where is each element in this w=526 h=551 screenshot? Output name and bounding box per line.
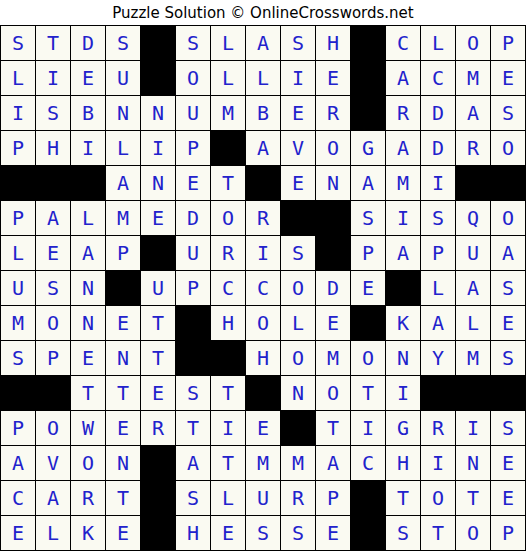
letter-cell-r9c15: E [491,306,525,340]
letter-cell-r4c6: P [176,131,210,165]
letter-cell-r14c12: T [386,481,420,515]
letter-cell-r11c6: S [176,376,210,410]
letter-cell-r5c11: A [351,166,385,200]
letter-cell-r7c1: L [1,236,35,270]
letter-cell-r8c14: A [456,271,490,305]
letter-cell-r4c8: A [246,131,280,165]
letter-cell-r1c7: L [211,26,245,60]
letter-cell-r15c14: O [456,516,490,550]
black-cell-r6c10 [316,201,350,235]
letter-cell-r14c15: E [491,481,525,515]
letter-cell-r11c7: T [211,376,245,410]
letter-cell-r13c4: N [106,446,140,480]
letter-cell-r6c11: S [351,201,385,235]
letter-cell-r10c14: M [456,341,490,375]
letter-cell-r8c7: C [211,271,245,305]
black-cell-r15c5 [141,516,175,550]
letter-cell-r11c3: T [71,376,105,410]
letter-cell-r12c15: S [491,411,525,445]
letter-cell-r6c6: D [176,201,210,235]
letter-cell-r13c14: N [456,446,490,480]
letter-cell-r2c4: U [106,61,140,95]
letter-cell-r4c3: I [71,131,105,165]
black-cell-r11c15 [491,376,525,410]
letter-cell-r15c2: L [36,516,70,550]
black-cell-r5c15 [491,166,525,200]
letter-cell-r6c8: R [246,201,280,235]
letter-cell-r7c8: I [246,236,280,270]
letter-cell-r13c12: H [386,446,420,480]
letter-cell-r7c15: A [491,236,525,270]
letter-cell-r13c2: V [36,446,70,480]
letter-cell-r5c7: T [211,166,245,200]
letter-cell-r6c1: P [1,201,35,235]
letter-cell-r1c14: O [456,26,490,60]
black-cell-r7c5 [141,236,175,270]
letter-cell-r15c4: E [106,516,140,550]
letter-cell-r6c14: Q [456,201,490,235]
letter-cell-r15c15: P [491,516,525,550]
letter-cell-r9c4: E [106,306,140,340]
letter-cell-r4c4: L [106,131,140,165]
letter-cell-r5c13: I [421,166,455,200]
black-cell-r11c14 [456,376,490,410]
letter-cell-r3c12: R [386,96,420,130]
letter-cell-r14c2: A [36,481,70,515]
letter-cell-r12c11: I [351,411,385,445]
letter-cell-r2c7: L [211,61,245,95]
letter-cell-r10c3: E [71,341,105,375]
letter-cell-r7c2: E [36,236,70,270]
black-cell-r11c1 [1,376,35,410]
letter-cell-r13c6: A [176,446,210,480]
letter-cell-r14c4: T [106,481,140,515]
letter-cell-r7c14: U [456,236,490,270]
letter-cell-r9c14: L [456,306,490,340]
letter-cell-r5c10: N [316,166,350,200]
letter-cell-r7c6: U [176,236,210,270]
letter-cell-r8c3: N [71,271,105,305]
letter-cell-r15c13: T [421,516,455,550]
letter-cell-r15c7: E [211,516,245,550]
letter-cell-r1c9: S [281,26,315,60]
letter-cell-r1c12: C [386,26,420,60]
black-cell-r2c11 [351,61,385,95]
black-cell-r12c9 [281,411,315,445]
letter-cell-r15c10: E [316,516,350,550]
letter-cell-r2c8: L [246,61,280,95]
puzzle-solution-page: Puzzle Solution © OnlineCrosswords.net S… [0,0,526,551]
letter-cell-r4c15: O [491,131,525,165]
letter-cell-r12c7: I [211,411,245,445]
letter-cell-r2c3: E [71,61,105,95]
letter-cell-r4c11: G [351,131,385,165]
letter-cell-r13c10: A [316,446,350,480]
letter-cell-r13c11: C [351,446,385,480]
letter-cell-r5c4: A [106,166,140,200]
letter-cell-r4c10: O [316,131,350,165]
letter-cell-r3c13: D [421,96,455,130]
letter-cell-r14c13: O [421,481,455,515]
letter-cell-r9c8: O [246,306,280,340]
letter-cell-r2c12: A [386,61,420,95]
letter-cell-r8c8: C [246,271,280,305]
letter-cell-r1c8: A [246,26,280,60]
letter-cell-r11c5: E [141,376,175,410]
black-cell-r5c8 [246,166,280,200]
letter-cell-r1c10: H [316,26,350,60]
letter-cell-r12c3: W [71,411,105,445]
letter-cell-r12c12: G [386,411,420,445]
letter-cell-r13c1: A [1,446,35,480]
letter-cell-r15c12: S [386,516,420,550]
letter-cell-r6c7: O [211,201,245,235]
letter-cell-r3c15: S [491,96,525,130]
letter-cell-r10c8: H [246,341,280,375]
letter-cell-r7c13: P [421,236,455,270]
letter-cell-r12c14: I [456,411,490,445]
letter-cell-r3c10: R [316,96,350,130]
letter-cell-r13c3: O [71,446,105,480]
letter-cell-r11c10: O [316,376,350,410]
letter-cell-r15c9: S [281,516,315,550]
black-cell-r10c7 [211,341,245,375]
black-cell-r1c5 [141,26,175,60]
letter-cell-r1c3: D [71,26,105,60]
letter-cell-r14c10: P [316,481,350,515]
letter-cell-r11c12: I [386,376,420,410]
letter-cell-r9c7: H [211,306,245,340]
letter-cell-r12c5: R [141,411,175,445]
letter-cell-r10c10: M [316,341,350,375]
letter-cell-r6c15: O [491,201,525,235]
letter-cell-r10c1: S [1,341,35,375]
black-cell-r13c5 [141,446,175,480]
letter-cell-r3c4: N [106,96,140,130]
letter-cell-r9c13: A [421,306,455,340]
letter-cell-r6c5: E [141,201,175,235]
letter-cell-r3c14: A [456,96,490,130]
black-cell-r7c10 [316,236,350,270]
letter-cell-r10c5: T [141,341,175,375]
letter-cell-r8c15: S [491,271,525,305]
letter-cell-r14c14: T [456,481,490,515]
letter-cell-r12c6: T [176,411,210,445]
letter-cell-r14c9: R [281,481,315,515]
black-cell-r8c12 [386,271,420,305]
letter-cell-r7c4: P [106,236,140,270]
letter-cell-r14c1: C [1,481,35,515]
letter-cell-r2c10: E [316,61,350,95]
letter-cell-r11c9: N [281,376,315,410]
black-cell-r3c11 [351,96,385,130]
letter-cell-r7c7: R [211,236,245,270]
letter-cell-r1c1: S [1,26,35,60]
letter-cell-r9c10: E [316,306,350,340]
black-cell-r4c7 [211,131,245,165]
letter-cell-r6c4: M [106,201,140,235]
letter-cell-r5c12: M [386,166,420,200]
letter-cell-r7c3: A [71,236,105,270]
letter-cell-r5c6: E [176,166,210,200]
letter-cell-r4c2: H [36,131,70,165]
letter-cell-r10c15: S [491,341,525,375]
letter-cell-r10c12: N [386,341,420,375]
letter-cell-r9c9: L [281,306,315,340]
black-cell-r9c11 [351,306,385,340]
letter-cell-r11c4: T [106,376,140,410]
letter-cell-r12c10: T [316,411,350,445]
letter-cell-r3c3: B [71,96,105,130]
letter-cell-r8c9: O [281,271,315,305]
letter-cell-r13c8: M [246,446,280,480]
letter-cell-r10c4: N [106,341,140,375]
letter-cell-r15c1: E [1,516,35,550]
letter-cell-r9c5: T [141,306,175,340]
letter-cell-r6c13: S [421,201,455,235]
letter-cell-r12c13: R [421,411,455,445]
letter-cell-r6c3: L [71,201,105,235]
letter-cell-r4c12: A [386,131,420,165]
letter-cell-r12c1: P [1,411,35,445]
letter-cell-r15c3: K [71,516,105,550]
letter-cell-r8c10: D [316,271,350,305]
letter-cell-r5c9: E [281,166,315,200]
letter-cell-r4c9: V [281,131,315,165]
letter-cell-r15c8: S [246,516,280,550]
letter-cell-r7c9: S [281,236,315,270]
black-cell-r14c11 [351,481,385,515]
black-cell-r5c2 [36,166,70,200]
letter-cell-r2c9: I [281,61,315,95]
letter-cell-r11c11: T [351,376,385,410]
letter-cell-r6c12: I [386,201,420,235]
letter-cell-r10c9: O [281,341,315,375]
letter-cell-r1c6: S [176,26,210,60]
letter-cell-r14c7: L [211,481,245,515]
crossword-grid: STDSSLASHCLOPLIEUOLLIEACMEISBNNUMBERRDAS… [0,25,526,551]
black-cell-r8c4 [106,271,140,305]
page-title: Puzzle Solution © OnlineCrosswords.net [0,0,526,25]
letter-cell-r13c15: E [491,446,525,480]
letter-cell-r1c4: S [106,26,140,60]
letter-cell-r13c7: T [211,446,245,480]
letter-cell-r8c1: U [1,271,35,305]
letter-cell-r7c11: P [351,236,385,270]
letter-cell-r9c2: O [36,306,70,340]
letter-cell-r13c13: I [421,446,455,480]
letter-cell-r9c12: K [386,306,420,340]
letter-cell-r4c5: I [141,131,175,165]
letter-cell-r8c2: S [36,271,70,305]
letter-cell-r6c2: A [36,201,70,235]
black-cell-r2c5 [141,61,175,95]
letter-cell-r2c15: E [491,61,525,95]
letter-cell-r12c4: E [106,411,140,445]
letter-cell-r4c1: P [1,131,35,165]
letter-cell-r2c1: L [1,61,35,95]
letter-cell-r1c2: T [36,26,70,60]
black-cell-r6c9 [281,201,315,235]
letter-cell-r9c1: M [1,306,35,340]
letter-cell-r13c9: M [281,446,315,480]
letter-cell-r3c1: I [1,96,35,130]
black-cell-r5c1 [1,166,35,200]
letter-cell-r2c2: I [36,61,70,95]
letter-cell-r3c6: U [176,96,210,130]
letter-cell-r10c13: Y [421,341,455,375]
letter-cell-r8c6: P [176,271,210,305]
letter-cell-r7c12: A [386,236,420,270]
letter-cell-r1c13: L [421,26,455,60]
letter-cell-r8c11: E [351,271,385,305]
black-cell-r11c13 [421,376,455,410]
letter-cell-r2c13: C [421,61,455,95]
letter-cell-r14c6: S [176,481,210,515]
letter-cell-r8c13: L [421,271,455,305]
letter-cell-r15c6: H [176,516,210,550]
letter-cell-r1c15: P [491,26,525,60]
letter-cell-r14c8: U [246,481,280,515]
letter-cell-r3c7: M [211,96,245,130]
letter-cell-r3c9: E [281,96,315,130]
letter-cell-r10c11: O [351,341,385,375]
letter-cell-r4c13: D [421,131,455,165]
black-cell-r5c14 [456,166,490,200]
letter-cell-r12c2: O [36,411,70,445]
black-cell-r15c11 [351,516,385,550]
letter-cell-r5c5: N [141,166,175,200]
black-cell-r9c6 [176,306,210,340]
black-cell-r11c2 [36,376,70,410]
letter-cell-r3c2: S [36,96,70,130]
black-cell-r11c8 [246,376,280,410]
black-cell-r14c5 [141,481,175,515]
black-cell-r1c11 [351,26,385,60]
letter-cell-r2c14: M [456,61,490,95]
black-cell-r5c3 [71,166,105,200]
letter-cell-r3c5: N [141,96,175,130]
black-cell-r10c6 [176,341,210,375]
letter-cell-r4c14: R [456,131,490,165]
letter-cell-r10c2: P [36,341,70,375]
letter-cell-r8c5: U [141,271,175,305]
letter-cell-r2c6: O [176,61,210,95]
letter-cell-r14c3: R [71,481,105,515]
letter-cell-r9c3: N [71,306,105,340]
letter-cell-r12c8: E [246,411,280,445]
letter-cell-r3c8: B [246,96,280,130]
